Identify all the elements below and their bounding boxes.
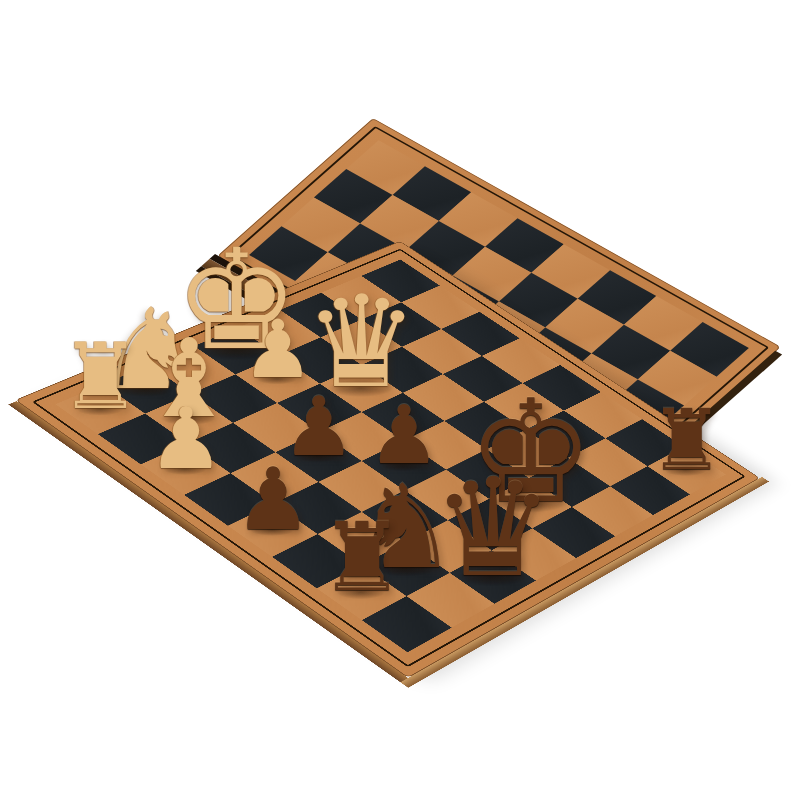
black-rook-glyph: ♜ <box>649 398 724 482</box>
chess-set-scene: ♜♞♚♝♟♟♛♟♟♟♜♞♚♛♜ <box>0 0 800 800</box>
black-rook-glyph: ♜ <box>319 511 404 606</box>
piece-layer: ♜♞♚♝♟♟♛♟♟♟♜♞♚♛♜ <box>0 0 800 800</box>
white-pawn-glyph: ♟ <box>148 396 224 481</box>
black-pawn-glyph: ♟ <box>234 456 311 542</box>
white-rook-glyph: ♜ <box>60 331 142 422</box>
black-queen-glyph: ♛ <box>432 460 554 596</box>
